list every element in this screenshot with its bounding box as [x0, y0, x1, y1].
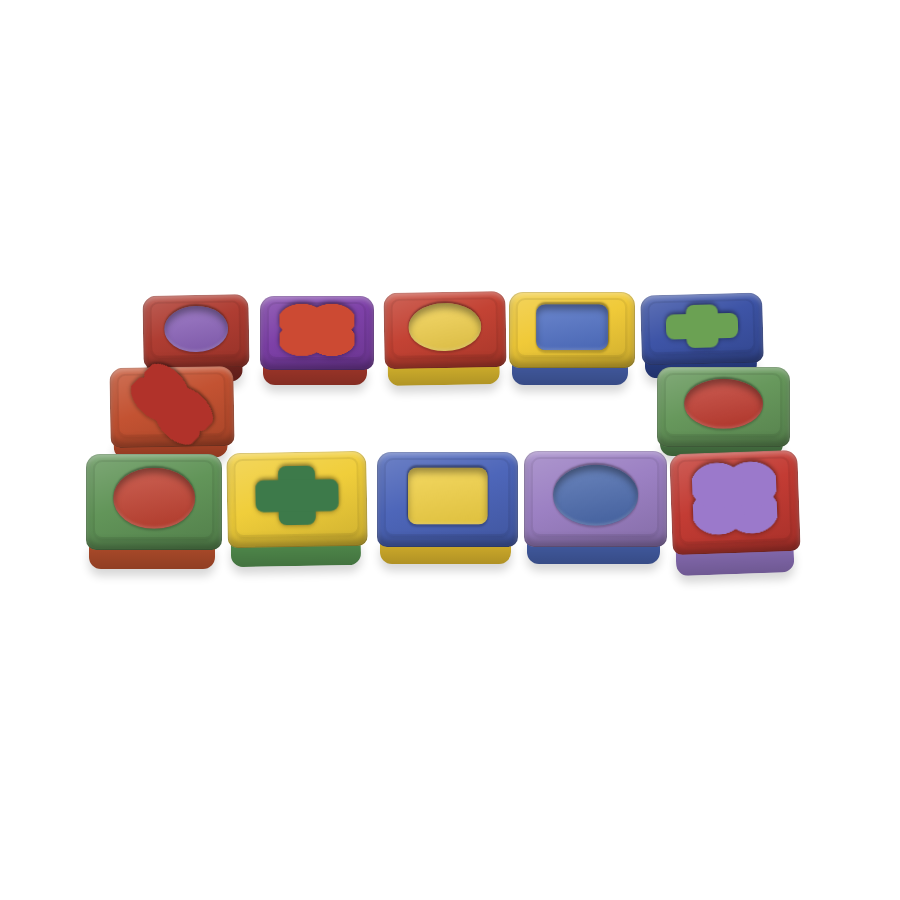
block-top-face — [109, 366, 234, 448]
block-top-face — [640, 292, 764, 365]
square-cutout-icon — [407, 467, 487, 524]
circle-cutout-icon — [553, 465, 639, 525]
flower-cutout-icon — [279, 302, 354, 358]
block-b5[interactable] — [669, 450, 800, 555]
photo-stage — [0, 0, 900, 900]
block-top-face — [226, 451, 368, 548]
block-top-face — [524, 451, 667, 547]
block-top-face — [657, 367, 790, 447]
block-top-face — [509, 292, 635, 368]
block-b1[interactable] — [86, 454, 222, 550]
block-b4[interactable] — [524, 451, 667, 547]
block-top-face — [86, 454, 222, 550]
block-top-face — [377, 452, 518, 547]
block-l1[interactable] — [109, 366, 234, 448]
circle-cutout-icon — [164, 305, 228, 352]
cross-cutout-icon — [246, 458, 348, 534]
block-b3[interactable] — [377, 452, 518, 547]
block-top-face — [383, 291, 506, 369]
block-ring-board — [0, 0, 900, 900]
block-r1[interactable] — [657, 367, 790, 447]
block-t4[interactable] — [509, 292, 635, 368]
block-t5[interactable] — [640, 292, 764, 365]
circle-cutout-icon — [408, 302, 482, 351]
block-top-face — [260, 296, 374, 370]
block-t3[interactable] — [383, 291, 506, 369]
circle-cutout-icon — [684, 379, 764, 429]
cross-cutout-icon — [657, 298, 746, 355]
square-cutout-icon — [536, 304, 608, 350]
block-top-face — [669, 450, 800, 555]
xflower-cutout-icon — [122, 355, 221, 453]
block-t2[interactable] — [260, 296, 374, 370]
circle-cutout-icon — [113, 468, 195, 528]
flower-cutout-icon — [691, 459, 778, 539]
block-b2[interactable] — [226, 451, 368, 548]
